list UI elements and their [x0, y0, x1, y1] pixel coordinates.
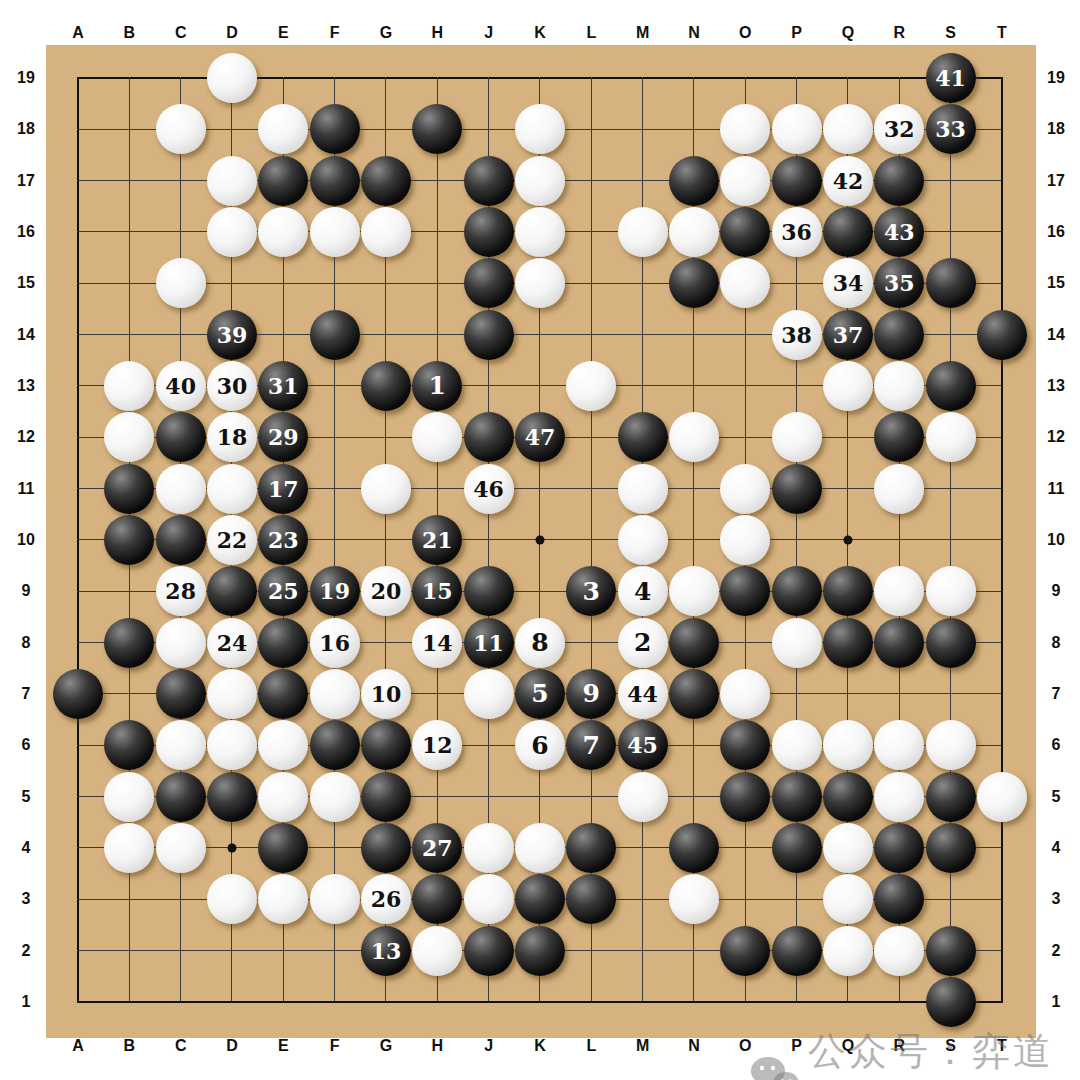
column-label-bottom: E: [278, 1037, 289, 1055]
move-number: 22: [217, 529, 248, 551]
stone-black-A7[interactable]: [53, 669, 103, 719]
row-label-left: 16: [17, 223, 35, 241]
stone-white-Q6[interactable]: [823, 720, 873, 770]
stone-white-R6[interactable]: [874, 720, 924, 770]
stone-white-C11[interactable]: [156, 464, 206, 514]
row-label-right: 12: [1047, 428, 1065, 446]
stone-black-S13[interactable]: [926, 361, 976, 411]
stone-white-D16[interactable]: [207, 207, 257, 257]
stone-black-C5[interactable]: [156, 772, 206, 822]
stone-white-K8[interactable]: 8: [515, 618, 565, 668]
stone-white-R9[interactable]: [874, 566, 924, 616]
stone-black-R12[interactable]: [874, 412, 924, 462]
stone-black-R15[interactable]: 35: [874, 258, 924, 308]
stone-black-O6[interactable]: [720, 720, 770, 770]
stone-white-M9[interactable]: 4: [618, 566, 668, 616]
stone-white-M5[interactable]: [618, 772, 668, 822]
column-label-bottom: R: [893, 1037, 905, 1055]
stone-white-S9[interactable]: [926, 566, 976, 616]
stone-black-E11[interactable]: 17: [258, 464, 308, 514]
column-label-top: Q: [842, 24, 854, 42]
move-number: 45: [627, 734, 658, 756]
stone-black-Q5[interactable]: [823, 772, 873, 822]
star-point: [535, 535, 544, 544]
row-label-right: 9: [1052, 582, 1061, 600]
stone-black-F18[interactable]: [310, 104, 360, 154]
stone-white-S12[interactable]: [926, 412, 976, 462]
stone-white-E18[interactable]: [258, 104, 308, 154]
stone-white-E5[interactable]: [258, 772, 308, 822]
stone-white-O17[interactable]: [720, 156, 770, 206]
stone-black-S18[interactable]: 33: [926, 104, 976, 154]
stone-white-H2[interactable]: [412, 926, 462, 976]
column-label-bottom: O: [739, 1037, 751, 1055]
stone-black-J9[interactable]: [464, 566, 514, 616]
stone-white-N12[interactable]: [669, 412, 719, 462]
row-label-left: 19: [17, 69, 35, 87]
row-label-right: 15: [1047, 274, 1065, 292]
row-label-right: 10: [1047, 531, 1065, 549]
stone-black-O5[interactable]: [720, 772, 770, 822]
stone-black-F9[interactable]: 19: [310, 566, 360, 616]
stone-white-D3[interactable]: [207, 874, 257, 924]
stone-white-H8[interactable]: 14: [412, 618, 462, 668]
stone-white-C15[interactable]: [156, 258, 206, 308]
row-label-right: 17: [1047, 172, 1065, 190]
column-label-bottom: J: [484, 1037, 493, 1055]
stone-white-H12[interactable]: [412, 412, 462, 462]
stone-black-J17[interactable]: [464, 156, 514, 206]
row-label-left: 18: [17, 120, 35, 138]
stone-black-T14[interactable]: [977, 310, 1027, 360]
column-label-top: D: [226, 24, 238, 42]
stone-white-R18[interactable]: 32: [874, 104, 924, 154]
stone-black-M12[interactable]: [618, 412, 668, 462]
stone-black-G13[interactable]: [361, 361, 411, 411]
stone-black-C10[interactable]: [156, 515, 206, 565]
move-number: 14: [422, 632, 453, 654]
column-label-bottom: K: [534, 1037, 546, 1055]
stone-black-D9[interactable]: [207, 566, 257, 616]
stone-white-N9[interactable]: [669, 566, 719, 616]
stone-white-D11[interactable]: [207, 464, 257, 514]
stone-white-E16[interactable]: [258, 207, 308, 257]
stone-black-E10[interactable]: 23: [258, 515, 308, 565]
column-label-bottom: P: [791, 1037, 802, 1055]
stone-white-B4[interactable]: [104, 823, 154, 873]
move-number: 17: [268, 478, 299, 500]
stone-black-G6[interactable]: [361, 720, 411, 770]
stone-black-H4[interactable]: 27: [412, 823, 462, 873]
column-label-bottom: M: [636, 1037, 649, 1055]
stone-black-S5[interactable]: [926, 772, 976, 822]
move-number: 16: [319, 632, 350, 654]
row-label-left: 10: [17, 531, 35, 549]
move-number: 19: [319, 580, 350, 602]
stone-white-F3[interactable]: [310, 874, 360, 924]
column-label-top: B: [124, 24, 136, 42]
row-label-left: 3: [22, 890, 31, 908]
stone-white-M16[interactable]: [618, 207, 668, 257]
column-label-bottom: H: [432, 1037, 444, 1055]
stone-black-G17[interactable]: [361, 156, 411, 206]
stone-white-G9[interactable]: 20: [361, 566, 411, 616]
stone-white-P14[interactable]: 38: [772, 310, 822, 360]
stone-black-N7[interactable]: [669, 669, 719, 719]
row-label-left: 7: [22, 685, 31, 703]
stone-white-G7[interactable]: 10: [361, 669, 411, 719]
stone-white-E6[interactable]: [258, 720, 308, 770]
stone-white-M10[interactable]: [618, 515, 668, 565]
stone-black-K12[interactable]: 47: [515, 412, 565, 462]
row-label-right: 4: [1052, 839, 1061, 857]
stone-white-N3[interactable]: [669, 874, 719, 924]
stone-black-J8[interactable]: 11: [464, 618, 514, 668]
stone-black-S8[interactable]: [926, 618, 976, 668]
row-label-left: 15: [17, 274, 35, 292]
move-number: 30: [217, 375, 248, 397]
row-label-right: 6: [1052, 736, 1061, 754]
stone-black-B6[interactable]: [104, 720, 154, 770]
stone-white-P8[interactable]: [772, 618, 822, 668]
column-label-top: T: [997, 24, 1007, 42]
stone-black-G5[interactable]: [361, 772, 411, 822]
stone-white-D6[interactable]: [207, 720, 257, 770]
stone-white-D10[interactable]: 22: [207, 515, 257, 565]
stone-white-F5[interactable]: [310, 772, 360, 822]
stone-white-C4[interactable]: [156, 823, 206, 873]
stone-white-C8[interactable]: [156, 618, 206, 668]
row-label-right: 7: [1052, 685, 1061, 703]
stone-black-P17[interactable]: [772, 156, 822, 206]
row-label-left: 8: [22, 634, 31, 652]
stone-black-H10[interactable]: 21: [412, 515, 462, 565]
stone-black-M6[interactable]: 45: [618, 720, 668, 770]
stone-white-K4[interactable]: [515, 823, 565, 873]
stone-white-N16[interactable]: [669, 207, 719, 257]
stone-white-J11[interactable]: 46: [464, 464, 514, 514]
row-label-right: 11: [1048, 480, 1065, 498]
column-label-top: M: [636, 24, 649, 42]
stone-black-L6[interactable]: 7: [566, 720, 616, 770]
stone-white-O7[interactable]: [720, 669, 770, 719]
stone-white-Q17[interactable]: 42: [823, 156, 873, 206]
stone-black-H3[interactable]: [412, 874, 462, 924]
column-label-top: L: [586, 24, 596, 42]
stone-white-K18[interactable]: [515, 104, 565, 154]
stone-black-O9[interactable]: [720, 566, 770, 616]
stone-white-F16[interactable]: [310, 207, 360, 257]
stone-black-N8[interactable]: [669, 618, 719, 668]
stone-white-F7[interactable]: [310, 669, 360, 719]
move-number: 7: [583, 733, 600, 758]
row-label-right: 8: [1052, 634, 1061, 652]
move-number: 33: [935, 118, 966, 140]
stone-white-G3[interactable]: 26: [361, 874, 411, 924]
row-label-right: 18: [1047, 120, 1065, 138]
column-label-top: F: [330, 24, 340, 42]
row-label-right: 3: [1052, 890, 1061, 908]
stone-black-R3[interactable]: [874, 874, 924, 924]
stone-black-F14[interactable]: [310, 310, 360, 360]
stone-black-F17[interactable]: [310, 156, 360, 206]
stone-black-D14[interactable]: 39: [207, 310, 257, 360]
stone-black-H9[interactable]: 15: [412, 566, 462, 616]
column-label-bottom: N: [688, 1037, 700, 1055]
stone-black-J2[interactable]: [464, 926, 514, 976]
stone-black-C12[interactable]: [156, 412, 206, 462]
stone-black-N4[interactable]: [669, 823, 719, 873]
stone-black-S1[interactable]: [926, 977, 976, 1027]
stone-black-Q16[interactable]: [823, 207, 873, 257]
row-label-left: 9: [22, 582, 31, 600]
stone-white-F8[interactable]: 16: [310, 618, 360, 668]
stone-black-N15[interactable]: [669, 258, 719, 308]
column-label-bottom: L: [586, 1037, 596, 1055]
stone-white-D8[interactable]: 24: [207, 618, 257, 668]
stone-white-O15[interactable]: [720, 258, 770, 308]
stone-black-G2[interactable]: 13: [361, 926, 411, 976]
stone-white-S6[interactable]: [926, 720, 976, 770]
column-label-top: E: [278, 24, 289, 42]
stone-black-H18[interactable]: [412, 104, 462, 154]
move-number: 11: [473, 632, 504, 654]
row-label-right: 19: [1047, 69, 1065, 87]
stone-black-O16[interactable]: [720, 207, 770, 257]
stone-black-E13[interactable]: 31: [258, 361, 308, 411]
move-number: 25: [268, 580, 299, 602]
stone-white-O10[interactable]: [720, 515, 770, 565]
move-number: 4: [634, 579, 651, 604]
row-label-right: 5: [1052, 788, 1061, 806]
move-number: 36: [781, 221, 812, 243]
stone-white-D17[interactable]: [207, 156, 257, 206]
stone-black-R14[interactable]: [874, 310, 924, 360]
move-number: 2: [634, 630, 651, 655]
stone-black-E8[interactable]: [258, 618, 308, 668]
stone-white-B13[interactable]: [104, 361, 154, 411]
stone-white-Q18[interactable]: [823, 104, 873, 154]
stone-black-E12[interactable]: 29: [258, 412, 308, 462]
stone-black-E9[interactable]: 25: [258, 566, 308, 616]
move-number: 10: [371, 683, 402, 705]
stone-black-B10[interactable]: [104, 515, 154, 565]
stone-white-D12[interactable]: 18: [207, 412, 257, 462]
stone-white-C9[interactable]: 28: [156, 566, 206, 616]
move-number: 29: [268, 426, 299, 448]
column-label-top: R: [893, 24, 905, 42]
stone-black-E17[interactable]: [258, 156, 308, 206]
stone-black-S4[interactable]: [926, 823, 976, 873]
stone-black-N17[interactable]: [669, 156, 719, 206]
stone-black-R16[interactable]: 43: [874, 207, 924, 257]
stone-black-R4[interactable]: [874, 823, 924, 873]
stone-black-J16[interactable]: [464, 207, 514, 257]
move-number: 39: [217, 324, 248, 346]
stone-black-P4[interactable]: [772, 823, 822, 873]
stone-black-D5[interactable]: [207, 772, 257, 822]
stone-black-J12[interactable]: [464, 412, 514, 462]
row-label-left: 12: [17, 428, 35, 446]
row-label-left: 14: [17, 326, 35, 344]
stone-black-S19[interactable]: 41: [926, 53, 976, 103]
stone-black-P11[interactable]: [772, 464, 822, 514]
stone-black-B11[interactable]: [104, 464, 154, 514]
column-label-top: A: [72, 24, 84, 42]
row-label-left: 4: [22, 839, 31, 857]
move-number: 21: [422, 529, 453, 551]
stone-white-D19[interactable]: [207, 53, 257, 103]
grid-line-horizontal: [77, 1001, 1003, 1003]
stone-white-H6[interactable]: 12: [412, 720, 462, 770]
move-number: 40: [165, 375, 196, 397]
move-number: 44: [627, 683, 658, 705]
column-label-top: G: [380, 24, 392, 42]
wechat-icon: [748, 1054, 800, 1080]
stone-black-J15[interactable]: [464, 258, 514, 308]
stone-white-R2[interactable]: [874, 926, 924, 976]
stone-white-Q15[interactable]: 34: [823, 258, 873, 308]
stone-black-E7[interactable]: [258, 669, 308, 719]
stone-black-Q8[interactable]: [823, 618, 873, 668]
stone-white-P6[interactable]: [772, 720, 822, 770]
row-label-right: 16: [1047, 223, 1065, 241]
star-point: [227, 843, 236, 852]
stone-white-K6[interactable]: 6: [515, 720, 565, 770]
stone-black-R8[interactable]: [874, 618, 924, 668]
move-number: 42: [833, 170, 864, 192]
stone-black-K7[interactable]: 5: [515, 669, 565, 719]
stone-white-J7[interactable]: [464, 669, 514, 719]
stone-white-O18[interactable]: [720, 104, 770, 154]
row-label-right: 13: [1047, 377, 1065, 395]
stone-black-R17[interactable]: [874, 156, 924, 206]
stone-white-B5[interactable]: [104, 772, 154, 822]
stone-white-T5[interactable]: [977, 772, 1027, 822]
stone-black-Q9[interactable]: [823, 566, 873, 616]
stone-white-P16[interactable]: 36: [772, 207, 822, 257]
column-label-bottom: S: [945, 1037, 956, 1055]
row-label-left: 1: [22, 993, 31, 1011]
stone-black-P2[interactable]: [772, 926, 822, 976]
move-number: 35: [884, 272, 915, 294]
row-label-left: 2: [22, 942, 31, 960]
move-number: 34: [833, 272, 864, 294]
row-label-left: 13: [17, 377, 35, 395]
stone-black-E4[interactable]: [258, 823, 308, 873]
stone-white-C6[interactable]: [156, 720, 206, 770]
move-number: 20: [371, 580, 402, 602]
stone-white-R11[interactable]: [874, 464, 924, 514]
stone-white-C13[interactable]: 40: [156, 361, 206, 411]
stone-white-C18[interactable]: [156, 104, 206, 154]
move-number: 1: [429, 373, 446, 398]
stone-black-K3[interactable]: [515, 874, 565, 924]
move-number: 28: [165, 580, 196, 602]
column-label-top: H: [432, 24, 444, 42]
stone-white-E3[interactable]: [258, 874, 308, 924]
row-label-right: 2: [1052, 942, 1061, 960]
move-number: 24: [217, 632, 248, 654]
move-number: 8: [531, 630, 548, 655]
column-label-top: N: [688, 24, 700, 42]
stone-white-J4[interactable]: [464, 823, 514, 873]
move-number: 18: [217, 426, 248, 448]
move-number: 31: [268, 375, 299, 397]
stone-black-C7[interactable]: [156, 669, 206, 719]
column-label-top: O: [739, 24, 751, 42]
row-label-left: 17: [17, 172, 35, 190]
stone-white-M8[interactable]: 2: [618, 618, 668, 668]
move-number: 27: [422, 837, 453, 859]
stone-black-L4[interactable]: [566, 823, 616, 873]
move-number: 37: [833, 324, 864, 346]
stone-white-Q13[interactable]: [823, 361, 873, 411]
stone-white-P18[interactable]: [772, 104, 822, 154]
stone-white-J3[interactable]: [464, 874, 514, 924]
row-label-left: 6: [22, 736, 31, 754]
column-label-top: S: [945, 24, 956, 42]
stone-white-G16[interactable]: [361, 207, 411, 257]
stone-black-O2[interactable]: [720, 926, 770, 976]
stone-black-Q14[interactable]: 37: [823, 310, 873, 360]
stone-white-Q3[interactable]: [823, 874, 873, 924]
stone-black-H13[interactable]: 1: [412, 361, 462, 411]
stone-white-D13[interactable]: 30: [207, 361, 257, 411]
stone-black-S2[interactable]: [926, 926, 976, 976]
stone-black-G4[interactable]: [361, 823, 411, 873]
stone-white-B12[interactable]: [104, 412, 154, 462]
move-number: 15: [422, 580, 453, 602]
stone-black-F6[interactable]: [310, 720, 360, 770]
stone-black-L9[interactable]: 3: [566, 566, 616, 616]
move-number: 41: [935, 67, 966, 89]
move-number: 32: [884, 118, 915, 140]
go-diagram-page: 公众号：弈道秋声 AABBCCDDEEFFGGHHJJKKLLMMNNOOPPQ…: [0, 0, 1080, 1080]
column-label-bottom: C: [175, 1037, 187, 1055]
column-label-top: K: [534, 24, 546, 42]
stone-black-P9[interactable]: [772, 566, 822, 616]
column-label-bottom: D: [226, 1037, 238, 1055]
move-number: 12: [422, 734, 453, 756]
stone-white-K15[interactable]: [515, 258, 565, 308]
column-label-bottom: F: [330, 1037, 340, 1055]
stone-white-R5[interactable]: [874, 772, 924, 822]
row-label-right: 1: [1052, 993, 1061, 1011]
stone-white-R13[interactable]: [874, 361, 924, 411]
stone-white-O11[interactable]: [720, 464, 770, 514]
stone-white-M11[interactable]: [618, 464, 668, 514]
column-label-bottom: G: [380, 1037, 392, 1055]
column-label-top: P: [791, 24, 802, 42]
stone-black-J14[interactable]: [464, 310, 514, 360]
stone-black-K2[interactable]: [515, 926, 565, 976]
stone-black-B8[interactable]: [104, 618, 154, 668]
stone-white-D7[interactable]: [207, 669, 257, 719]
stone-white-Q2[interactable]: [823, 926, 873, 976]
stone-white-M7[interactable]: 44: [618, 669, 668, 719]
stone-white-G11[interactable]: [361, 464, 411, 514]
stone-white-L13[interactable]: [566, 361, 616, 411]
stone-black-L3[interactable]: [566, 874, 616, 924]
stone-black-L7[interactable]: 9: [566, 669, 616, 719]
stone-black-P5[interactable]: [772, 772, 822, 822]
stone-white-P12[interactable]: [772, 412, 822, 462]
stone-white-K17[interactable]: [515, 156, 565, 206]
stone-white-K16[interactable]: [515, 207, 565, 257]
stone-black-S15[interactable]: [926, 258, 976, 308]
stone-white-Q4[interactable]: [823, 823, 873, 873]
